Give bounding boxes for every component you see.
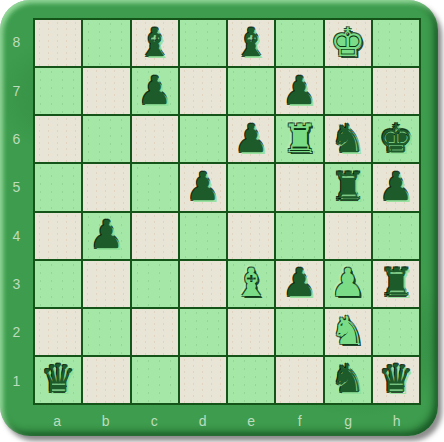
file-label-b: b	[82, 405, 131, 436]
chess-board: ♝♝♚♟♟♟♜♞♚♟♜♟♟♝♟♟♜♞♛♞♛	[33, 18, 421, 405]
piece-white-knight: ♞	[330, 311, 365, 350]
square-a5[interactable]	[35, 164, 81, 210]
piece-black-rook: ♜	[330, 167, 365, 206]
square-g3[interactable]: ♟	[325, 261, 371, 307]
piece-black-rook: ♜	[378, 263, 413, 302]
square-f2[interactable]	[276, 309, 322, 355]
piece-white-king: ♚	[330, 23, 365, 62]
square-d3[interactable]	[180, 261, 226, 307]
square-f7[interactable]: ♟	[276, 68, 322, 114]
square-h8[interactable]	[373, 20, 419, 66]
rank-label-3: 3	[0, 260, 33, 308]
square-f4[interactable]	[276, 213, 322, 259]
piece-white-bishop: ♝	[234, 263, 269, 302]
square-f3[interactable]: ♟	[276, 261, 322, 307]
piece-white-pawn: ♟	[330, 263, 365, 302]
file-label-h: h	[373, 405, 422, 436]
piece-black-queen: ♛	[41, 359, 76, 398]
square-d5[interactable]: ♟	[180, 164, 226, 210]
square-h5[interactable]: ♟	[373, 164, 419, 210]
square-a6[interactable]	[35, 116, 81, 162]
file-labels: abcdefgh	[33, 405, 421, 436]
piece-black-king: ♚	[378, 119, 413, 158]
square-g6[interactable]: ♞	[325, 116, 371, 162]
file-label-a: a	[33, 405, 82, 436]
square-b5[interactable]	[83, 164, 129, 210]
piece-black-pawn: ♟	[282, 263, 317, 302]
square-e4[interactable]	[228, 213, 274, 259]
square-d1[interactable]	[180, 357, 226, 403]
square-c2[interactable]	[132, 309, 178, 355]
square-f1[interactable]	[276, 357, 322, 403]
file-label-e: e	[227, 405, 276, 436]
square-d7[interactable]	[180, 68, 226, 114]
square-b3[interactable]	[83, 261, 129, 307]
piece-black-pawn: ♟	[137, 71, 172, 110]
piece-black-queen: ♛	[378, 359, 413, 398]
square-b8[interactable]	[83, 20, 129, 66]
square-g5[interactable]: ♜	[325, 164, 371, 210]
square-h2[interactable]	[373, 309, 419, 355]
square-b1[interactable]	[83, 357, 129, 403]
square-c4[interactable]	[132, 213, 178, 259]
square-e6[interactable]: ♟	[228, 116, 274, 162]
piece-black-pawn: ♟	[378, 167, 413, 206]
square-d8[interactable]	[180, 20, 226, 66]
piece-white-rook: ♜	[282, 119, 317, 158]
square-e3[interactable]: ♝	[228, 261, 274, 307]
square-c7[interactable]: ♟	[132, 68, 178, 114]
square-g7[interactable]	[325, 68, 371, 114]
square-c1[interactable]	[132, 357, 178, 403]
piece-black-knight: ♞	[330, 359, 365, 398]
square-a7[interactable]	[35, 68, 81, 114]
square-c5[interactable]	[132, 164, 178, 210]
rank-label-7: 7	[0, 66, 33, 114]
piece-black-pawn: ♟	[282, 71, 317, 110]
rank-label-1: 1	[0, 357, 33, 405]
square-g1[interactable]: ♞	[325, 357, 371, 403]
square-g8[interactable]: ♚	[325, 20, 371, 66]
square-a3[interactable]	[35, 261, 81, 307]
file-label-g: g	[324, 405, 373, 436]
square-b2[interactable]	[83, 309, 129, 355]
square-f8[interactable]	[276, 20, 322, 66]
file-label-d: d	[179, 405, 228, 436]
square-f5[interactable]	[276, 164, 322, 210]
piece-black-bishop: ♝	[137, 23, 172, 62]
square-a4[interactable]	[35, 213, 81, 259]
rank-labels: 87654321	[0, 18, 33, 405]
square-b7[interactable]	[83, 68, 129, 114]
square-e7[interactable]	[228, 68, 274, 114]
square-d2[interactable]	[180, 309, 226, 355]
square-e5[interactable]	[228, 164, 274, 210]
square-d4[interactable]	[180, 213, 226, 259]
square-h4[interactable]	[373, 213, 419, 259]
file-label-c: c	[130, 405, 179, 436]
file-label-f: f	[276, 405, 325, 436]
piece-black-knight: ♞	[330, 119, 365, 158]
square-h6[interactable]: ♚	[373, 116, 419, 162]
square-e8[interactable]: ♝	[228, 20, 274, 66]
square-h1[interactable]: ♛	[373, 357, 419, 403]
square-c6[interactable]	[132, 116, 178, 162]
rank-label-4: 4	[0, 212, 33, 260]
square-h3[interactable]: ♜	[373, 261, 419, 307]
square-c8[interactable]: ♝	[132, 20, 178, 66]
rank-label-8: 8	[0, 18, 33, 66]
square-b4[interactable]: ♟	[83, 213, 129, 259]
square-a2[interactable]	[35, 309, 81, 355]
square-a8[interactable]	[35, 20, 81, 66]
rank-label-6: 6	[0, 115, 33, 163]
square-e1[interactable]	[228, 357, 274, 403]
piece-black-bishop: ♝	[234, 23, 269, 62]
square-d6[interactable]	[180, 116, 226, 162]
square-h7[interactable]	[373, 68, 419, 114]
square-e2[interactable]	[228, 309, 274, 355]
square-a1[interactable]: ♛	[35, 357, 81, 403]
square-b6[interactable]	[83, 116, 129, 162]
piece-black-pawn: ♟	[234, 119, 269, 158]
rank-label-2: 2	[0, 308, 33, 356]
rank-label-5: 5	[0, 163, 33, 211]
square-f6[interactable]: ♜	[276, 116, 322, 162]
piece-black-pawn: ♟	[185, 167, 220, 206]
square-g4[interactable]	[325, 213, 371, 259]
piece-black-pawn: ♟	[89, 215, 124, 254]
square-c3[interactable]	[132, 261, 178, 307]
square-g2[interactable]: ♞	[325, 309, 371, 355]
